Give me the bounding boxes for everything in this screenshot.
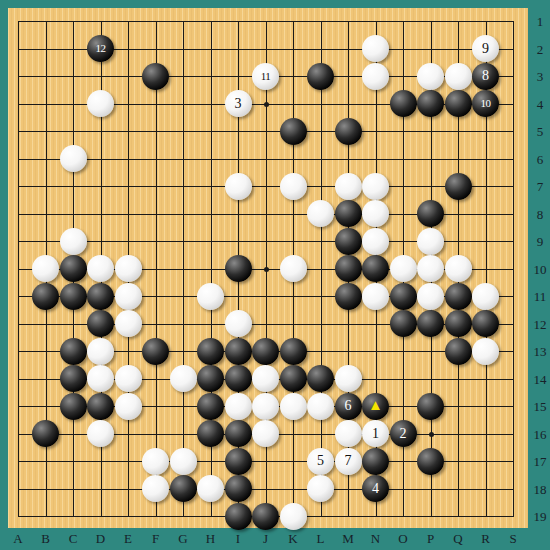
go-stone-white[interactable] xyxy=(252,365,279,392)
go-stone-white[interactable] xyxy=(115,310,142,337)
go-stone-black[interactable] xyxy=(225,338,252,365)
go-stone-white[interactable] xyxy=(280,255,307,282)
move-number-label: 9 xyxy=(482,42,489,56)
row-label: 10 xyxy=(529,263,550,276)
move-number-label: 3 xyxy=(235,97,242,111)
go-stone-black[interactable]: 8 xyxy=(472,63,499,90)
go-stone-black[interactable] xyxy=(197,365,224,392)
go-stone-black[interactable] xyxy=(390,283,417,310)
go-stone-black[interactable] xyxy=(225,420,252,447)
go-stone-black[interactable] xyxy=(60,283,87,310)
go-stone-black[interactable] xyxy=(417,200,444,227)
column-label: R xyxy=(476,532,496,545)
go-stone-white[interactable] xyxy=(225,393,252,420)
go-stone-black[interactable] xyxy=(225,255,252,282)
go-stone-white[interactable] xyxy=(335,173,362,200)
column-label: B xyxy=(36,532,56,545)
go-stone-white[interactable] xyxy=(87,338,114,365)
row-label: 5 xyxy=(529,125,550,138)
go-stone-black[interactable] xyxy=(472,310,499,337)
move-number-label: 7 xyxy=(345,454,352,468)
go-stone-white[interactable] xyxy=(307,200,334,227)
row-label: 15 xyxy=(529,400,550,413)
go-stone-white[interactable] xyxy=(362,35,389,62)
go-stone-white[interactable] xyxy=(280,503,307,530)
triangle-marker-icon: ▲ xyxy=(368,398,383,413)
move-number-label: 12 xyxy=(96,43,106,54)
go-stone-black[interactable]: ▲ xyxy=(362,393,389,420)
go-stone-white[interactable] xyxy=(87,365,114,392)
go-stone-white[interactable] xyxy=(197,475,224,502)
go-stone-white[interactable]: 1 xyxy=(362,420,389,447)
go-stone-black[interactable] xyxy=(60,393,87,420)
column-label: D xyxy=(91,532,111,545)
go-stone-white[interactable] xyxy=(280,393,307,420)
go-stone-white[interactable] xyxy=(252,420,279,447)
move-number-label: 5 xyxy=(317,454,324,468)
row-label: 8 xyxy=(529,208,550,221)
go-stone-black[interactable] xyxy=(280,338,307,365)
go-stone-black[interactable] xyxy=(197,420,224,447)
column-label: A xyxy=(8,532,28,545)
go-stone-white[interactable] xyxy=(472,283,499,310)
go-stone-white[interactable] xyxy=(60,228,87,255)
go-stone-black[interactable] xyxy=(32,420,59,447)
go-stone-black[interactable] xyxy=(252,503,279,530)
go-stone-white[interactable] xyxy=(362,63,389,90)
go-stone-black[interactable] xyxy=(307,365,334,392)
move-number-label: 1 xyxy=(372,427,379,441)
go-stone-black[interactable] xyxy=(335,200,362,227)
go-stone-white[interactable] xyxy=(115,255,142,282)
go-stone-black[interactable] xyxy=(225,475,252,502)
go-stone-black[interactable] xyxy=(142,338,169,365)
go-stone-black[interactable] xyxy=(335,283,362,310)
go-stone-black[interactable]: 6 xyxy=(335,393,362,420)
go-stone-black[interactable] xyxy=(87,393,114,420)
go-stone-white[interactable] xyxy=(87,420,114,447)
go-stone-black[interactable] xyxy=(87,283,114,310)
go-stone-black[interactable] xyxy=(60,338,87,365)
go-stone-white[interactable] xyxy=(307,393,334,420)
go-stone-white[interactable] xyxy=(115,393,142,420)
go-stone-black[interactable] xyxy=(32,283,59,310)
move-number-label: 8 xyxy=(482,69,489,83)
go-stone-black[interactable] xyxy=(362,255,389,282)
go-stone-white[interactable] xyxy=(362,283,389,310)
go-stone-black[interactable] xyxy=(335,228,362,255)
go-stone-white[interactable]: 9 xyxy=(472,35,499,62)
go-stone-white[interactable] xyxy=(362,173,389,200)
go-stone-white[interactable] xyxy=(445,63,472,90)
column-label: C xyxy=(63,532,83,545)
column-label: F xyxy=(146,532,166,545)
row-label: 1 xyxy=(529,15,550,28)
go-stone-black[interactable] xyxy=(307,63,334,90)
go-stone-white[interactable] xyxy=(307,475,334,502)
row-label: 7 xyxy=(529,180,550,193)
go-stone-black[interactable] xyxy=(142,63,169,90)
go-stone-white[interactable] xyxy=(472,338,499,365)
go-stone-black[interactable] xyxy=(445,338,472,365)
go-stone-black[interactable] xyxy=(280,365,307,392)
go-stone-black[interactable]: 10 xyxy=(472,90,499,117)
go-stone-white[interactable] xyxy=(60,145,87,172)
go-stone-black[interactable] xyxy=(60,365,87,392)
column-label: E xyxy=(118,532,138,545)
column-label: O xyxy=(393,532,413,545)
go-stone-black[interactable] xyxy=(445,310,472,337)
go-stone-white[interactable] xyxy=(362,200,389,227)
go-stone-black[interactable]: 12 xyxy=(87,35,114,62)
move-number-label: 11 xyxy=(261,71,271,82)
column-label: I xyxy=(228,532,248,545)
go-stone-white[interactable] xyxy=(417,63,444,90)
go-stone-black[interactable] xyxy=(335,255,362,282)
go-stone-black[interactable] xyxy=(170,475,197,502)
go-stone-white[interactable] xyxy=(362,228,389,255)
go-stone-black[interactable] xyxy=(417,393,444,420)
column-label: K xyxy=(283,532,303,545)
go-stone-black[interactable]: 2 xyxy=(390,420,417,447)
star-point xyxy=(264,267,269,272)
go-stone-black[interactable] xyxy=(197,338,224,365)
go-stone-white[interactable] xyxy=(390,255,417,282)
go-stone-black[interactable] xyxy=(87,310,114,337)
go-stone-black[interactable] xyxy=(417,310,444,337)
go-stone-black[interactable] xyxy=(390,310,417,337)
row-label: 19 xyxy=(529,510,550,523)
go-stone-white[interactable] xyxy=(115,365,142,392)
row-label: 13 xyxy=(529,345,550,358)
go-stone-black[interactable] xyxy=(225,503,252,530)
go-stone-white[interactable] xyxy=(335,420,362,447)
move-number-label: 10 xyxy=(481,98,491,109)
go-stone-black[interactable]: 4 xyxy=(362,475,389,502)
go-stone-white[interactable] xyxy=(170,365,197,392)
go-stone-white[interactable]: 3 xyxy=(225,90,252,117)
go-stone-white[interactable] xyxy=(417,283,444,310)
row-label: 9 xyxy=(529,235,550,248)
go-stone-white[interactable] xyxy=(32,255,59,282)
column-label: N xyxy=(366,532,386,545)
go-stone-white[interactable] xyxy=(252,393,279,420)
star-point xyxy=(264,102,269,107)
go-stone-white[interactable] xyxy=(115,283,142,310)
go-stone-black[interactable] xyxy=(417,90,444,117)
go-stone-white[interactable] xyxy=(142,475,169,502)
go-stone-white[interactable] xyxy=(170,448,197,475)
go-stone-black[interactable] xyxy=(445,90,472,117)
go-stone-black[interactable] xyxy=(280,118,307,145)
column-label: M xyxy=(338,532,358,545)
column-label: Q xyxy=(448,532,468,545)
column-label: H xyxy=(201,532,221,545)
go-stone-white[interactable] xyxy=(280,173,307,200)
move-number-label: 4 xyxy=(372,482,379,496)
go-stone-black[interactable] xyxy=(445,283,472,310)
go-stone-black[interactable] xyxy=(225,448,252,475)
go-stone-black[interactable] xyxy=(362,448,389,475)
column-label: L xyxy=(311,532,331,545)
go-stone-white[interactable] xyxy=(87,255,114,282)
row-label: 2 xyxy=(529,43,550,56)
go-stone-white[interactable]: 7 xyxy=(335,448,362,475)
column-label: P xyxy=(421,532,441,545)
go-stone-black[interactable] xyxy=(60,255,87,282)
go-stone-white[interactable]: 11 xyxy=(252,63,279,90)
go-stone-black[interactable] xyxy=(445,173,472,200)
row-label: 11 xyxy=(529,290,550,303)
row-label: 17 xyxy=(529,455,550,468)
go-stone-white[interactable] xyxy=(197,283,224,310)
move-number-label: 6 xyxy=(345,399,352,413)
star-point xyxy=(429,432,434,437)
go-stone-white[interactable] xyxy=(417,255,444,282)
column-label: S xyxy=(503,532,523,545)
go-stone-black[interactable] xyxy=(197,393,224,420)
row-label: 18 xyxy=(529,483,550,496)
go-stone-white[interactable] xyxy=(417,228,444,255)
row-label: 12 xyxy=(529,318,550,331)
move-number-label: 2 xyxy=(400,427,407,441)
go-stone-white[interactable] xyxy=(445,255,472,282)
go-stone-white[interactable] xyxy=(335,365,362,392)
row-label: 16 xyxy=(529,428,550,441)
go-stone-white[interactable] xyxy=(142,448,169,475)
go-stone-white[interactable]: 5 xyxy=(307,448,334,475)
row-label: 14 xyxy=(529,373,550,386)
go-stone-black[interactable] xyxy=(225,365,252,392)
go-stone-black[interactable] xyxy=(335,118,362,145)
column-label: J xyxy=(256,532,276,545)
row-label: 4 xyxy=(529,98,550,111)
go-stone-white[interactable] xyxy=(225,310,252,337)
go-board-window: 1291183106▲12574ABCDEFGHIJKLMNOPQRS12345… xyxy=(0,0,550,550)
go-stone-white[interactable] xyxy=(87,90,114,117)
go-stone-black[interactable] xyxy=(252,338,279,365)
go-stone-black[interactable] xyxy=(390,90,417,117)
row-label: 6 xyxy=(529,153,550,166)
row-label: 3 xyxy=(529,70,550,83)
go-stone-black[interactable] xyxy=(417,448,444,475)
go-stone-white[interactable] xyxy=(225,173,252,200)
column-label: G xyxy=(173,532,193,545)
